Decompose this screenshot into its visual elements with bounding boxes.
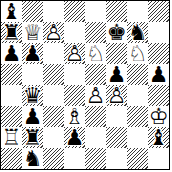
black-rook-glyph: ♜ [22,127,43,148]
piece-black-pawn[interactable]: ♟♟ [106,64,127,85]
piece-black-queen[interactable]: ♛♛ [22,85,43,106]
square-f5[interactable]: ♟♟ [106,64,127,85]
square-g7[interactable]: ♞♞ [127,22,148,43]
square-h6[interactable] [148,43,169,64]
square-d1[interactable] [64,148,85,169]
square-b3[interactable]: ♟♟ [22,106,43,127]
square-c7[interactable]: ♟♙ [43,22,64,43]
square-c5[interactable] [43,64,64,85]
black-pawn-glyph: ♟ [64,127,85,148]
square-g6[interactable]: ♞♘ [127,43,148,64]
square-d4[interactable] [64,85,85,106]
piece-white-queen[interactable]: ♛♕ [22,22,43,43]
square-b8[interactable] [22,1,43,22]
chess-board: ♝♝♜♜♛♕♟♙♚♚♞♞♟♟♟♟♟♙♞♘♞♘♟♟♟♟♛♛♟♙♟♙♟♟♝♗♚♔♜♖… [0,0,170,170]
square-e6[interactable]: ♞♘ [85,43,106,64]
black-knight-glyph: ♞ [22,148,43,169]
square-c4[interactable] [43,85,64,106]
piece-white-pawn[interactable]: ♟♙ [106,85,127,106]
black-pawn-glyph: ♟ [148,64,169,85]
white-pawn-glyph: ♙ [43,22,64,43]
square-g4[interactable] [127,85,148,106]
white-pawn-glyph: ♙ [85,85,106,106]
square-d6[interactable]: ♟♙ [64,43,85,64]
square-h5[interactable]: ♟♟ [148,64,169,85]
piece-black-rook[interactable]: ♜♜ [22,127,43,148]
piece-white-knight[interactable]: ♞♘ [127,43,148,64]
square-a7[interactable]: ♜♜ [1,22,22,43]
piece-white-king[interactable]: ♚♔ [148,106,169,127]
square-c2[interactable] [43,127,64,148]
black-bishop-glyph: ♝ [148,127,169,148]
square-d2[interactable]: ♟♟ [64,127,85,148]
white-rook-glyph: ♖ [1,127,22,148]
square-h7[interactable] [148,22,169,43]
square-g2[interactable] [127,127,148,148]
square-e4[interactable]: ♟♙ [85,85,106,106]
square-f6[interactable] [106,43,127,64]
white-knight-glyph: ♘ [127,43,148,64]
piece-black-knight[interactable]: ♞♞ [127,22,148,43]
piece-black-pawn[interactable]: ♟♟ [22,106,43,127]
square-f2[interactable] [106,127,127,148]
square-h4[interactable] [148,85,169,106]
piece-black-pawn[interactable]: ♟♟ [22,43,43,64]
square-c3[interactable] [43,106,64,127]
square-h8[interactable] [148,1,169,22]
square-c1[interactable] [43,148,64,169]
white-queen-glyph: ♕ [22,22,43,43]
square-g1[interactable] [127,148,148,169]
white-knight-glyph: ♘ [85,43,106,64]
square-h3[interactable]: ♚♔ [148,106,169,127]
square-b4[interactable]: ♛♛ [22,85,43,106]
piece-black-pawn[interactable]: ♟♟ [1,43,22,64]
square-h2[interactable]: ♝♝ [148,127,169,148]
square-a2[interactable]: ♜♖ [1,127,22,148]
square-e2[interactable] [85,127,106,148]
square-b1[interactable]: ♞♞ [22,148,43,169]
piece-black-pawn[interactable]: ♟♟ [64,127,85,148]
square-f3[interactable] [106,106,127,127]
white-king-glyph: ♔ [148,106,169,127]
piece-white-pawn[interactable]: ♟♙ [43,22,64,43]
square-e5[interactable] [85,64,106,85]
diagram-frame: ♝♝♜♜♛♕♟♙♚♚♞♞♟♟♟♟♟♙♞♘♞♘♟♟♟♟♛♛♟♙♟♙♟♟♝♗♚♔♜♖… [0,0,172,172]
piece-white-knight[interactable]: ♞♘ [85,43,106,64]
white-pawn-glyph: ♙ [106,85,127,106]
black-queen-glyph: ♛ [22,85,43,106]
square-f8[interactable] [106,1,127,22]
square-h1[interactable] [148,148,169,169]
square-e7[interactable] [85,22,106,43]
black-bishop-glyph: ♝ [1,1,22,22]
white-bishop-glyph: ♗ [64,106,85,127]
black-pawn-glyph: ♟ [1,43,22,64]
black-knight-glyph: ♞ [127,22,148,43]
black-pawn-glyph: ♟ [22,106,43,127]
black-king-glyph: ♚ [106,22,127,43]
square-b5[interactable] [22,64,43,85]
square-d8[interactable] [64,1,85,22]
square-g8[interactable] [127,1,148,22]
square-g5[interactable] [127,64,148,85]
square-d3[interactable]: ♝♗ [64,106,85,127]
square-a5[interactable] [1,64,22,85]
square-a6[interactable]: ♟♟ [1,43,22,64]
piece-black-bishop[interactable]: ♝♝ [148,127,169,148]
square-f4[interactable]: ♟♙ [106,85,127,106]
square-d7[interactable] [64,22,85,43]
piece-black-pawn[interactable]: ♟♟ [148,64,169,85]
piece-black-knight[interactable]: ♞♞ [22,148,43,169]
black-rook-glyph: ♜ [1,22,22,43]
black-pawn-glyph: ♟ [106,64,127,85]
square-c8[interactable] [43,1,64,22]
piece-white-bishop[interactable]: ♝♗ [64,106,85,127]
square-b7[interactable]: ♛♕ [22,22,43,43]
black-pawn-glyph: ♟ [22,43,43,64]
square-e1[interactable] [85,148,106,169]
piece-white-pawn[interactable]: ♟♙ [85,85,106,106]
square-e3[interactable] [85,106,106,127]
square-c6[interactable] [43,43,64,64]
square-a3[interactable] [1,106,22,127]
piece-white-pawn[interactable]: ♟♙ [64,43,85,64]
piece-black-bishop[interactable]: ♝♝ [1,1,22,22]
square-e8[interactable] [85,1,106,22]
square-f7[interactable]: ♚♚ [106,22,127,43]
square-g3[interactable] [127,106,148,127]
square-f1[interactable] [106,148,127,169]
square-a4[interactable] [1,85,22,106]
square-a1[interactable] [1,148,22,169]
square-a8[interactable]: ♝♝ [1,1,22,22]
piece-black-king[interactable]: ♚♚ [106,22,127,43]
white-pawn-glyph: ♙ [64,43,85,64]
square-d5[interactable] [64,64,85,85]
piece-white-rook[interactable]: ♜♖ [1,127,22,148]
square-b2[interactable]: ♜♜ [22,127,43,148]
square-b6[interactable]: ♟♟ [22,43,43,64]
piece-black-rook[interactable]: ♜♜ [1,22,22,43]
